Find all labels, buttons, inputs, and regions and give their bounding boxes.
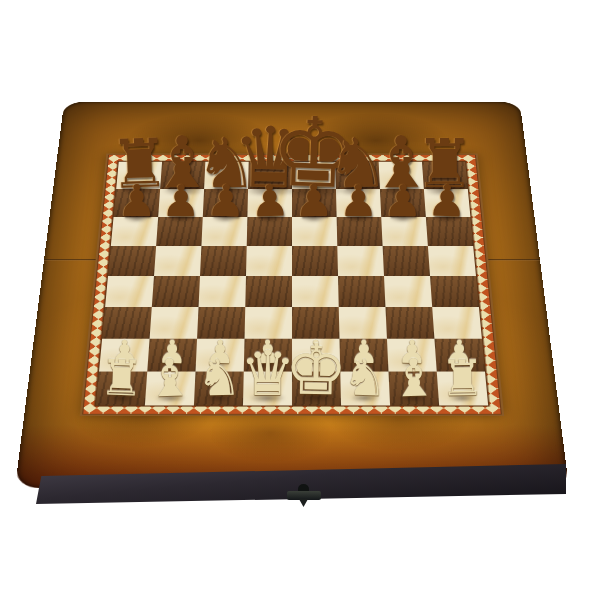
dark-pawn-b7[interactable]: ♟ [159, 179, 204, 224]
dark-pawn-e7[interactable]: ♟ [292, 179, 337, 224]
light-knight-f1[interactable]: ♞ [339, 353, 391, 405]
light-bishop-b1[interactable]: ♝ [143, 351, 197, 405]
light-rook-a1[interactable]: ♜ [96, 353, 147, 404]
light-rook-h1[interactable]: ♜ [437, 354, 487, 404]
dark-pawn-h7[interactable]: ♟ [424, 179, 470, 225]
dark-pawn-a7[interactable]: ♟ [115, 179, 159, 223]
dark-pawn-f7[interactable]: ♟ [336, 179, 380, 223]
product-photo-stage: ♜♝♞♛♚♞♝♜♟♟♟♟♟♟♟♟♟♟♟♟♟♟♟♟♜♝♞♛♚♞♝♜ [0, 0, 600, 600]
dark-pawn-g7[interactable]: ♟ [380, 179, 425, 224]
light-bishop-g1[interactable]: ♝ [387, 351, 441, 405]
dark-pawn-d7[interactable]: ♟ [247, 179, 293, 225]
dark-pawn-c7[interactable]: ♟ [203, 179, 249, 225]
pieces-layer: ♜♝♞♛♚♞♝♜♟♟♟♟♟♟♟♟♟♟♟♟♟♟♟♟♜♝♞♛♚♞♝♜ [0, 0, 600, 600]
